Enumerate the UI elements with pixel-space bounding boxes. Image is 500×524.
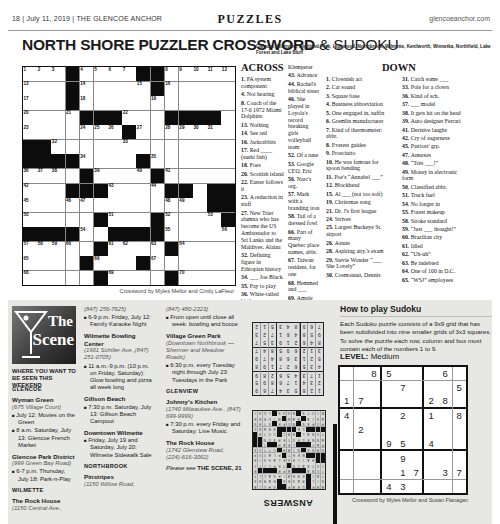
crossword-cell[interactable] — [122, 184, 136, 198]
crossword-cell[interactable] — [122, 256, 136, 270]
clue: 20. Scottish island — [241, 171, 284, 178]
crossword-cell[interactable] — [51, 271, 65, 285]
crossword-cell[interactable] — [193, 154, 207, 168]
crossword-cell[interactable]: 26 — [108, 125, 122, 139]
sudoku-cell[interactable] — [438, 437, 451, 450]
crossword-cell[interactable] — [207, 154, 221, 168]
crossword-cell[interactable]: 33 — [122, 140, 136, 154]
clue: 3. Square base — [326, 93, 390, 100]
crossword-cell[interactable]: 41 — [165, 169, 179, 183]
crossword-cell[interactable]: 14 — [80, 82, 94, 96]
sudoku-cell[interactable] — [453, 423, 466, 436]
sudoku-cell[interactable]: 9 — [382, 437, 395, 450]
crossword-cell[interactable]: 29 — [179, 125, 193, 139]
crossword-cell[interactable]: 7 — [122, 67, 136, 81]
sudoku-cell[interactable] — [438, 480, 451, 493]
sudoku-cell[interactable] — [438, 423, 451, 436]
crossword-cell[interactable] — [193, 82, 207, 96]
crossword-cell[interactable]: 58 — [37, 242, 51, 256]
crossword-cell[interactable] — [165, 256, 179, 270]
sudoku-cell[interactable] — [368, 381, 381, 394]
crossword-cell[interactable] — [207, 256, 221, 270]
sudoku-cell[interactable] — [368, 437, 381, 450]
crossword-cell[interactable] — [108, 169, 122, 183]
answer-crossword-cell: E — [321, 448, 325, 453]
crossword-cell[interactable] — [136, 96, 150, 110]
answer-crossword-cell: H — [282, 448, 286, 453]
crossword-cell[interactable]: 13 — [23, 82, 37, 96]
crossword-cell[interactable]: 52 — [165, 213, 179, 227]
sudoku-cell[interactable]: 8 — [453, 409, 466, 422]
sudoku-cell[interactable]: 5 — [396, 437, 409, 450]
answer-crossword-cell: I — [263, 463, 267, 468]
scene-adr: (1150 Willow Road, — [84, 481, 156, 488]
sudoku-cell[interactable] — [382, 381, 395, 394]
crossword-cell[interactable]: 25 — [94, 125, 108, 139]
crossword-cell[interactable] — [122, 198, 136, 212]
sudoku-cell[interactable] — [354, 437, 367, 450]
crossword-cell[interactable]: 34 — [80, 154, 94, 168]
answer-crossword-cell: D — [301, 484, 305, 489]
sudoku-cell[interactable] — [382, 409, 395, 422]
crossword-cell[interactable]: 23 — [23, 125, 37, 139]
crossword-cell[interactable]: 54 — [80, 227, 94, 241]
crossword-cell[interactable] — [151, 198, 165, 212]
crossword-cell[interactable] — [136, 213, 150, 227]
crossword-cell[interactable] — [193, 169, 207, 183]
crossword-cell[interactable] — [179, 169, 193, 183]
sudoku-cell[interactable] — [354, 367, 367, 380]
sudoku-cell[interactable]: 4 — [382, 480, 395, 493]
sudoku-cell[interactable]: 3 — [438, 465, 451, 478]
sudoku-cell[interactable] — [438, 451, 451, 464]
crossword-cell[interactable]: 5 — [94, 67, 108, 81]
sudoku-byline: Crossword by Myles Mellor and Susan Flan… — [338, 497, 468, 503]
crossword-cell[interactable] — [66, 125, 80, 139]
across-heading: ACROSS — [241, 62, 284, 73]
crossword-cell[interactable]: 45 — [23, 198, 37, 212]
crossword-cell[interactable]: 44 — [151, 184, 165, 198]
sudoku-grid[interactable]: 856751728421829549173743 — [338, 365, 468, 495]
crossword-cell[interactable]: 63 — [151, 242, 165, 256]
sudoku-cell[interactable] — [354, 409, 367, 422]
crossword-cell[interactable] — [122, 213, 136, 227]
sudoku-cell[interactable] — [424, 423, 437, 436]
sudoku-cell[interactable] — [340, 480, 353, 493]
sudoku-cell[interactable] — [368, 409, 381, 422]
crossword-cell[interactable]: 60 — [66, 242, 80, 256]
sudoku-cell[interactable] — [354, 465, 367, 478]
sudoku-cell[interactable] — [354, 451, 367, 464]
crossword-cell[interactable]: 28 — [165, 125, 179, 139]
sudoku-cell[interactable] — [424, 381, 437, 394]
crossword-cell[interactable] — [165, 154, 179, 168]
crossword-cell[interactable] — [80, 271, 94, 285]
sudoku-cell[interactable] — [368, 451, 381, 464]
answer-crossword-cell: S — [258, 411, 262, 416]
crossword-cell[interactable] — [51, 96, 65, 110]
crossword-cell[interactable] — [108, 96, 122, 110]
crossword-cell[interactable] — [151, 111, 165, 125]
crossword-cell[interactable]: 21 — [66, 111, 80, 125]
crossword-cell[interactable] — [151, 271, 165, 285]
crossword-cell-number: 35 — [151, 154, 156, 159]
sudoku-cell[interactable] — [382, 395, 395, 408]
crossword-cell[interactable] — [221, 242, 235, 256]
crossword-cell-number: 37 — [38, 168, 43, 173]
crossword-cell[interactable]: 43 — [108, 184, 122, 198]
sudoku-cell[interactable]: 5 — [382, 367, 395, 380]
sudoku-cell[interactable]: 2 — [396, 409, 409, 422]
crossword-cell[interactable] — [151, 125, 165, 139]
crossword-cell[interactable] — [179, 154, 193, 168]
crossword-cell[interactable] — [51, 256, 65, 270]
crossword-cell[interactable] — [80, 213, 94, 227]
scene-foot: Please see THE SCENE, 21 — [166, 465, 242, 472]
sudoku-cell[interactable]: 4 — [340, 409, 353, 422]
crossword-cell[interactable] — [94, 198, 108, 212]
sudoku-cell[interactable] — [410, 367, 423, 380]
sudoku-cell[interactable] — [340, 367, 353, 380]
crossword-cell[interactable]: 20 — [23, 111, 37, 125]
scene-sec: GLENVIEW — [166, 388, 242, 395]
crossword-cell[interactable]: 22 — [122, 111, 136, 125]
sudoku-cell[interactable]: 6 — [438, 367, 451, 380]
crossword-cell — [51, 227, 65, 241]
crossword-cell[interactable] — [193, 184, 207, 198]
crossword-cell[interactable] — [179, 213, 193, 227]
sudoku-cell[interactable] — [382, 451, 395, 464]
crossword-cell[interactable]: 40 — [136, 169, 150, 183]
crossword-cell[interactable] — [179, 256, 193, 270]
crossword-cell[interactable] — [179, 82, 193, 96]
crossword-cell[interactable]: 65 — [23, 256, 37, 270]
crossword-cell[interactable] — [51, 125, 65, 139]
sudoku-cell[interactable] — [368, 480, 381, 493]
crossword-cell[interactable] — [207, 169, 221, 183]
crossword-cell[interactable] — [207, 82, 221, 96]
crossword-cell[interactable]: 59 — [51, 242, 65, 256]
sudoku-cell[interactable]: 7 — [354, 395, 367, 408]
crossword-cell[interactable]: 9 — [179, 67, 193, 81]
crossword-cell[interactable]: 32 — [51, 140, 65, 154]
crossword-cell[interactable] — [136, 140, 150, 154]
sudoku-cell[interactable] — [410, 409, 423, 422]
crossword-cell[interactable]: 66 — [94, 256, 108, 270]
crossword-cell[interactable]: 67 — [151, 256, 165, 270]
sudoku-cell[interactable] — [354, 381, 367, 394]
sudoku-cell[interactable]: 1 — [340, 395, 353, 408]
site-url: glencoeanchor.com — [429, 15, 490, 22]
sudoku-cell[interactable] — [396, 423, 409, 436]
crossword-cell[interactable] — [151, 140, 165, 154]
crossword-cell[interactable] — [37, 256, 51, 270]
crossword-cell[interactable]: 4 — [80, 67, 94, 81]
answer-crossword-cell: N — [296, 448, 300, 453]
crossword-cell[interactable]: 70 — [179, 271, 193, 285]
crossword-cell[interactable] — [193, 198, 207, 212]
crossword-cell[interactable] — [179, 227, 193, 241]
crossword-cell — [179, 111, 193, 125]
sudoku-cell: 4 — [308, 339, 315, 347]
crossword-cell[interactable] — [207, 242, 221, 256]
sudoku-cell[interactable] — [340, 465, 353, 478]
sudoku-cell[interactable] — [424, 367, 437, 380]
crossword-cell[interactable]: 64 — [179, 242, 193, 256]
crossword-cell[interactable] — [221, 140, 235, 154]
crossword-cell[interactable]: 56 — [221, 227, 235, 241]
crossword-cell[interactable]: 62 — [122, 242, 136, 256]
answer-crossword-cell — [311, 453, 315, 458]
crossword-cell — [136, 227, 150, 241]
crossword-cell[interactable] — [37, 198, 51, 212]
crossword-cell[interactable]: 69 — [108, 271, 122, 285]
crossword-cell — [94, 271, 108, 285]
crossword-cell[interactable]: 38 — [51, 169, 65, 183]
sudoku-cell[interactable] — [453, 367, 466, 380]
crossword-cell[interactable]: 19 — [151, 96, 165, 110]
sudoku-cell[interactable] — [410, 395, 423, 408]
crossword-cell[interactable] — [221, 82, 235, 96]
crossword-cell[interactable]: 57 — [23, 242, 37, 256]
crossword-cell[interactable] — [66, 140, 80, 154]
sudoku-cell[interactable] — [453, 451, 466, 464]
crossword-cell[interactable] — [207, 271, 221, 285]
crossword-cell[interactable]: 17 — [23, 96, 37, 110]
crossword-cell[interactable] — [94, 96, 108, 110]
crossword-cell[interactable] — [66, 271, 80, 285]
sudoku-cell[interactable] — [396, 367, 409, 380]
sudoku-cell[interactable] — [410, 480, 423, 493]
sudoku-cell[interactable] — [438, 409, 451, 422]
crossword-cell[interactable] — [221, 271, 235, 285]
crossword-cell[interactable] — [136, 111, 150, 125]
crossword-cell[interactable] — [51, 213, 65, 227]
sudoku-cell[interactable] — [340, 451, 353, 464]
crossword-cell[interactable] — [165, 96, 179, 110]
crossword-grid[interactable]: 1234567891011121314151617181920212223242… — [22, 66, 236, 286]
sudoku-cell[interactable] — [340, 381, 353, 394]
crossword-cell[interactable] — [207, 96, 221, 110]
clue: 31. Catch some ___ — [402, 76, 466, 83]
crossword-cell[interactable]: 18 — [80, 96, 94, 110]
crossword-cell[interactable]: 24 — [80, 125, 94, 139]
crossword-cell[interactable]: 49 — [179, 198, 193, 212]
answer-crossword-cell: P — [311, 484, 315, 489]
sudoku-cell[interactable]: 7 — [453, 465, 466, 478]
clue: 38. It gets hit on the head — [402, 110, 466, 117]
crossword-cell[interactable] — [66, 256, 80, 270]
crossword-cell[interactable] — [108, 198, 122, 212]
crossword-cell[interactable]: 6 — [108, 67, 122, 81]
sudoku-cell[interactable] — [382, 465, 395, 478]
crossword-cell[interactable]: 30 — [193, 125, 207, 139]
crossword-cell[interactable] — [66, 213, 80, 227]
crossword-cell[interactable] — [221, 154, 235, 168]
crossword-cell[interactable] — [94, 140, 108, 154]
sudoku-cell: 8 — [269, 347, 276, 355]
sudoku-cell[interactable] — [410, 423, 423, 436]
crossword-cell[interactable]: 50 — [23, 213, 37, 227]
crossword-cell[interactable]: 27 — [136, 125, 150, 139]
sudoku-cell[interactable]: 7 — [410, 465, 423, 478]
answer-crossword-cell — [301, 442, 305, 447]
crossword-cell[interactable]: 46 — [66, 198, 80, 212]
crossword-cell[interactable] — [221, 256, 235, 270]
crossword-cell[interactable]: 47 — [80, 198, 94, 212]
sudoku-cell[interactable]: 4 — [424, 437, 437, 450]
crossword-cell[interactable] — [51, 82, 65, 96]
crossword-cell[interactable] — [193, 271, 207, 285]
sudoku-cell[interactable] — [368, 465, 381, 478]
crossword-cell[interactable] — [122, 96, 136, 110]
sudoku-cell[interactable]: 5 — [453, 381, 466, 394]
crossword-cell[interactable] — [94, 227, 108, 241]
crossword-cell[interactable]: 36 — [23, 169, 37, 183]
sudoku-cell: 4 — [277, 387, 284, 395]
answer-crossword-cell — [316, 458, 320, 463]
crossword-cell — [136, 67, 150, 81]
clue: 15. Al ___ (not too soft) — [326, 191, 390, 198]
crossword-cell[interactable] — [136, 198, 150, 212]
crossword-cell[interactable]: 31 — [207, 125, 221, 139]
crossword-cell[interactable] — [37, 184, 51, 198]
crossword-cell[interactable] — [193, 140, 207, 154]
crossword-cell[interactable] — [80, 242, 94, 256]
crossword-cell[interactable]: 12 — [221, 67, 235, 81]
crossword-cell[interactable] — [221, 169, 235, 183]
clue: 25. Largest Buckeye St. airport — [326, 224, 390, 238]
sudoku-cell[interactable] — [354, 480, 367, 493]
sudoku-cell[interactable] — [410, 437, 423, 450]
sudoku-cell[interactable] — [340, 423, 353, 436]
crossword-cell[interactable] — [51, 184, 65, 198]
crossword-cell[interactable] — [37, 213, 51, 227]
crossword-cell-number: 70 — [179, 270, 184, 275]
crossword-cell[interactable]: 42 — [23, 184, 37, 198]
crossword-cell[interactable] — [122, 154, 136, 168]
crossword-cell[interactable] — [37, 111, 51, 125]
answer-crossword-cell: W — [287, 416, 291, 421]
crossword-cell[interactable]: 37 — [37, 169, 51, 183]
crossword-cell[interactable]: 2 — [37, 67, 51, 81]
crossword-cell[interactable] — [37, 82, 51, 96]
crossword-cell[interactable] — [179, 140, 193, 154]
crossword-cell[interactable] — [37, 96, 51, 110]
crossword-cell[interactable] — [221, 125, 235, 139]
sudoku-cell[interactable]: 1 — [424, 409, 437, 422]
crossword-cell[interactable] — [122, 169, 136, 183]
crossword-cell[interactable] — [193, 213, 207, 227]
crossword-cell[interactable] — [207, 140, 221, 154]
crossword-cell[interactable]: 35 — [151, 154, 165, 168]
crossword-cell[interactable]: 68 — [23, 271, 37, 285]
crossword-cell[interactable]: 8 — [165, 67, 179, 81]
answer-crossword-cell: S — [301, 421, 305, 426]
crossword-cell[interactable] — [51, 111, 65, 125]
sudoku-cell[interactable] — [410, 451, 423, 464]
sudoku-cell[interactable] — [424, 480, 437, 493]
sudoku-cell[interactable]: 8 — [438, 395, 451, 408]
crossword-cell[interactable] — [122, 271, 136, 285]
answer-crossword-cell: P — [321, 421, 325, 426]
crossword-cell[interactable]: 61 — [108, 242, 122, 256]
sudoku-cell[interactable]: 1 — [396, 465, 409, 478]
sudoku-cell[interactable]: 7 — [396, 381, 409, 394]
sudoku-cell[interactable] — [410, 381, 423, 394]
sudoku-cell[interactable]: 8 — [368, 367, 381, 380]
sudoku-cell[interactable] — [382, 423, 395, 436]
sudoku-cell[interactable]: 9 — [396, 451, 409, 464]
sudoku-cell[interactable]: 3 — [396, 480, 409, 493]
sudoku-cell[interactable]: 2 — [424, 395, 437, 408]
crossword-cell[interactable]: 53 — [207, 213, 221, 227]
crossword-cell[interactable] — [108, 256, 122, 270]
crossword-cell[interactable] — [122, 82, 136, 96]
sudoku-cell[interactable] — [340, 437, 353, 450]
crossword-cell[interactable] — [193, 256, 207, 270]
crossword-cell[interactable] — [108, 82, 122, 96]
crossword-cell[interactable] — [108, 154, 122, 168]
crossword-cell[interactable] — [94, 154, 108, 168]
answer-crossword-cell — [258, 437, 262, 442]
sudoku-cell[interactable] — [424, 451, 437, 464]
sudoku-cell[interactable] — [368, 423, 381, 436]
crossword-cell[interactable] — [37, 125, 51, 139]
crossword-cell[interactable] — [94, 82, 108, 96]
crossword-cell[interactable]: 3 — [51, 67, 65, 81]
sudoku-cell[interactable] — [453, 480, 466, 493]
crossword-cell[interactable]: 10 — [193, 67, 207, 81]
crossword-cell[interactable]: 51 — [108, 213, 122, 227]
sudoku-cell[interactable] — [424, 465, 437, 478]
crossword-cell[interactable]: 39 — [94, 169, 108, 183]
crossword-cell[interactable]: 1 — [23, 67, 37, 81]
sudoku-cell[interactable] — [438, 381, 451, 394]
sudoku-cell[interactable] — [453, 437, 466, 450]
sudoku-cell[interactable] — [453, 395, 466, 408]
crossword-cell[interactable] — [207, 227, 221, 241]
crossword-cell[interactable] — [136, 184, 150, 198]
crossword-cell[interactable]: 16 — [165, 82, 179, 96]
answer-crossword-cell: M — [287, 474, 291, 479]
crossword-cell[interactable] — [37, 271, 51, 285]
crossword-cell[interactable] — [136, 242, 150, 256]
crossword-cell[interactable] — [193, 242, 207, 256]
crossword-cell[interactable]: 48 — [165, 198, 179, 212]
sudoku-cell[interactable] — [396, 395, 409, 408]
crossword-cell[interactable] — [193, 227, 207, 241]
crossword-cell[interactable] — [193, 96, 207, 110]
crossword-cell[interactable] — [221, 96, 235, 110]
crossword-cell[interactable] — [165, 140, 179, 154]
crossword-cell[interactable]: 15 — [136, 82, 150, 96]
answer-crossword-cell: P — [311, 421, 315, 426]
crossword-cell[interactable] — [179, 96, 193, 110]
sudoku-cell[interactable] — [368, 395, 381, 408]
crossword-cell[interactable]: 55 — [165, 227, 179, 241]
answer-crossword-cell: A — [267, 453, 271, 458]
crossword-cell[interactable]: 11 — [207, 67, 221, 81]
crossword-cell[interactable] — [221, 111, 235, 125]
sudoku-cell[interactable]: 2 — [354, 423, 367, 436]
crossword-cell[interactable] — [108, 140, 122, 154]
clue: 49. Money in electronic form — [402, 169, 466, 183]
crossword-cell[interactable] — [136, 271, 150, 285]
crossword-cell[interactable] — [51, 198, 65, 212]
crossword-cell[interactable] — [66, 169, 80, 183]
crossword-cell[interactable] — [80, 140, 94, 154]
